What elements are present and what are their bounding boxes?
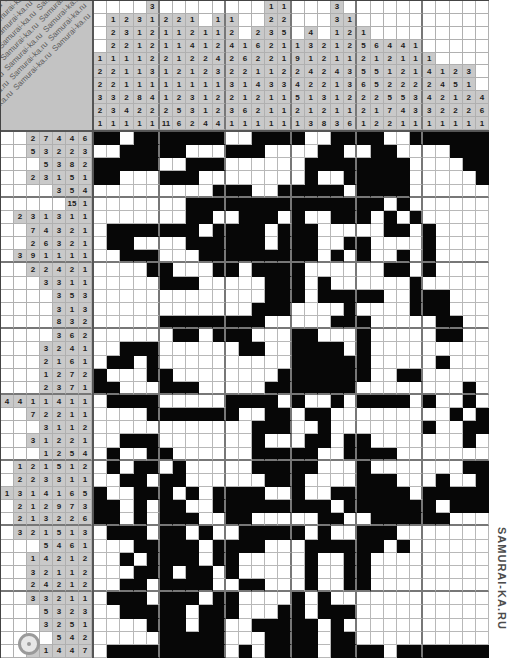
grid-cell-empty[interactable] [107, 579, 120, 592]
grid-cell-filled[interactable] [397, 185, 410, 198]
grid-cell-filled[interactable] [173, 553, 186, 566]
grid-cell-filled[interactable] [94, 369, 107, 382]
grid-cell-empty[interactable] [436, 342, 449, 355]
grid-cell-empty[interactable] [134, 198, 147, 211]
grid-cell-empty[interactable] [331, 553, 344, 566]
grid-cell-filled[interactable] [292, 592, 305, 605]
grid-cell-empty[interactable] [107, 342, 120, 355]
grid-cell-empty[interactable] [476, 540, 489, 553]
grid-cell-empty[interactable] [292, 316, 305, 329]
grid-cell-empty[interactable] [160, 198, 173, 211]
grid-cell-filled[interactable] [318, 592, 331, 605]
grid-cell-filled[interactable] [186, 132, 199, 145]
grid-cell-empty[interactable] [371, 369, 384, 382]
grid-cell-filled[interactable] [357, 316, 370, 329]
grid-cell-empty[interactable] [213, 421, 226, 434]
grid-cell-empty[interactable] [384, 132, 397, 145]
grid-cell-filled[interactable] [120, 579, 133, 592]
grid-cell-filled[interactable] [107, 132, 120, 145]
grid-cell-empty[interactable] [397, 237, 410, 250]
grid-cell-empty[interactable] [252, 605, 265, 618]
grid-cell-empty[interactable] [436, 263, 449, 276]
grid-cell-filled[interactable] [476, 408, 489, 421]
grid-cell-filled[interactable] [344, 171, 357, 184]
grid-cell-empty[interactable] [476, 632, 489, 645]
grid-cell-empty[interactable] [173, 448, 186, 461]
grid-cell-filled[interactable] [463, 145, 476, 158]
grid-cell-filled[interactable] [357, 395, 370, 408]
grid-cell-empty[interactable] [331, 237, 344, 250]
grid-cell-filled[interactable] [134, 579, 147, 592]
grid-cell-filled[interactable] [292, 263, 305, 276]
grid-cell-filled[interactable] [292, 198, 305, 211]
grid-cell-empty[interactable] [252, 290, 265, 303]
grid-cell-filled[interactable] [292, 605, 305, 618]
grid-cell-empty[interactable] [278, 592, 291, 605]
grid-cell-empty[interactable] [463, 592, 476, 605]
grid-cell-empty[interactable] [318, 474, 331, 487]
grid-cell-empty[interactable] [160, 158, 173, 171]
grid-cell-empty[interactable] [226, 579, 239, 592]
grid-cell-empty[interactable] [384, 619, 397, 632]
grid-cell-filled[interactable] [173, 645, 186, 658]
grid-cell-filled[interactable] [397, 487, 410, 500]
grid-cell-filled[interactable] [278, 263, 291, 276]
grid-cell-empty[interactable] [199, 553, 212, 566]
grid-cell-empty[interactable] [450, 382, 463, 395]
grid-cell-empty[interactable] [147, 500, 160, 513]
grid-cell-filled[interactable] [476, 487, 489, 500]
grid-cell-filled[interactable] [278, 185, 291, 198]
grid-cell-empty[interactable] [199, 513, 212, 526]
grid-cell-filled[interactable] [265, 211, 278, 224]
grid-cell-empty[interactable] [147, 382, 160, 395]
grid-cell-filled[interactable] [147, 224, 160, 237]
grid-cell-empty[interactable] [357, 408, 370, 421]
grid-cell-filled[interactable] [463, 132, 476, 145]
grid-cell-empty[interactable] [371, 211, 384, 224]
grid-cell-filled[interactable] [344, 540, 357, 553]
grid-cell-filled[interactable] [107, 395, 120, 408]
grid-cell-empty[interactable] [397, 342, 410, 355]
grid-cell-filled[interactable] [252, 395, 265, 408]
grid-cell-empty[interactable] [423, 185, 436, 198]
grid-cell-empty[interactable] [410, 263, 423, 276]
grid-cell-filled[interactable] [371, 290, 384, 303]
grid-cell-filled[interactable] [305, 237, 318, 250]
grid-cell-empty[interactable] [476, 605, 489, 618]
grid-cell-filled[interactable] [371, 185, 384, 198]
grid-cell-empty[interactable] [160, 421, 173, 434]
grid-cell-filled[interactable] [186, 382, 199, 395]
grid-cell-filled[interactable] [476, 474, 489, 487]
grid-cell-empty[interactable] [239, 566, 252, 579]
grid-cell-filled[interactable] [160, 605, 173, 618]
grid-cell-filled[interactable] [120, 605, 133, 618]
grid-cell-filled[interactable] [252, 250, 265, 263]
grid-cell-empty[interactable] [463, 342, 476, 355]
grid-cell-empty[interactable] [384, 290, 397, 303]
grid-cell-filled[interactable] [344, 316, 357, 329]
grid-cell-filled[interactable] [265, 448, 278, 461]
grid-cell-empty[interactable] [463, 619, 476, 632]
grid-cell-filled[interactable] [120, 145, 133, 158]
grid-cell-filled[interactable] [278, 369, 291, 382]
grid-cell-filled[interactable] [476, 461, 489, 474]
grid-cell-empty[interactable] [147, 237, 160, 250]
grid-cell-empty[interactable] [173, 566, 186, 579]
grid-cell-empty[interactable] [226, 421, 239, 434]
grid-cell-empty[interactable] [371, 553, 384, 566]
grid-cell-filled[interactable] [331, 356, 344, 369]
grid-cell-empty[interactable] [305, 211, 318, 224]
grid-cell-empty[interactable] [239, 619, 252, 632]
grid-cell-filled[interactable] [134, 526, 147, 539]
grid-cell-filled[interactable] [252, 579, 265, 592]
grid-cell-empty[interactable] [344, 263, 357, 276]
grid-cell-filled[interactable] [384, 474, 397, 487]
grid-cell-empty[interactable] [410, 619, 423, 632]
grid-cell-empty[interactable] [463, 185, 476, 198]
grid-cell-empty[interactable] [371, 461, 384, 474]
grid-cell-empty[interactable] [265, 185, 278, 198]
grid-cell-empty[interactable] [476, 382, 489, 395]
grid-cell-empty[interactable] [450, 237, 463, 250]
grid-cell-empty[interactable] [423, 329, 436, 342]
grid-cell-filled[interactable] [292, 185, 305, 198]
grid-cell-empty[interactable] [331, 303, 344, 316]
grid-cell-filled[interactable] [160, 408, 173, 421]
grid-cell-filled[interactable] [397, 171, 410, 184]
grid-cell-filled[interactable] [213, 198, 226, 211]
grid-cell-empty[interactable] [94, 474, 107, 487]
grid-cell-filled[interactable] [384, 211, 397, 224]
grid-cell-filled[interactable] [160, 474, 173, 487]
grid-cell-filled[interactable] [160, 632, 173, 645]
grid-cell-empty[interactable] [252, 566, 265, 579]
grid-cell-empty[interactable] [120, 369, 133, 382]
grid-cell-empty[interactable] [318, 645, 331, 658]
grid-cell-empty[interactable] [436, 198, 449, 211]
grid-cell-filled[interactable] [344, 198, 357, 211]
grid-cell-empty[interactable] [186, 395, 199, 408]
grid-cell-empty[interactable] [213, 566, 226, 579]
grid-cell-filled[interactable] [397, 158, 410, 171]
grid-cell-filled[interactable] [397, 224, 410, 237]
grid-cell-empty[interactable] [199, 487, 212, 500]
grid-cell-filled[interactable] [239, 250, 252, 263]
grid-cell-empty[interactable] [371, 605, 384, 618]
grid-cell-filled[interactable] [213, 619, 226, 632]
grid-cell-empty[interactable] [357, 619, 370, 632]
grid-cell-filled[interactable] [305, 553, 318, 566]
grid-cell-filled[interactable] [305, 645, 318, 658]
grid-cell-filled[interactable] [199, 250, 212, 263]
grid-cell-filled[interactable] [436, 329, 449, 342]
grid-cell-empty[interactable] [120, 408, 133, 421]
grid-cell-filled[interactable] [160, 579, 173, 592]
grid-cell-filled[interactable] [252, 500, 265, 513]
grid-cell-empty[interactable] [120, 198, 133, 211]
grid-cell-filled[interactable] [265, 198, 278, 211]
grid-cell-filled[interactable] [436, 356, 449, 369]
grid-cell-filled[interactable] [305, 329, 318, 342]
grid-cell-filled[interactable] [397, 250, 410, 263]
grid-cell-filled[interactable] [371, 474, 384, 487]
grid-cell-empty[interactable] [450, 263, 463, 276]
grid-cell-empty[interactable] [463, 566, 476, 579]
grid-cell-empty[interactable] [357, 263, 370, 276]
grid-cell-empty[interactable] [305, 526, 318, 539]
grid-cell-empty[interactable] [436, 185, 449, 198]
grid-cell-empty[interactable] [371, 316, 384, 329]
grid-cell-empty[interactable] [344, 408, 357, 421]
grid-cell-empty[interactable] [476, 448, 489, 461]
grid-cell-empty[interactable] [120, 303, 133, 316]
grid-cell-filled[interactable] [226, 592, 239, 605]
grid-cell-empty[interactable] [199, 290, 212, 303]
grid-cell-empty[interactable] [423, 566, 436, 579]
grid-cell-empty[interactable] [357, 303, 370, 316]
grid-cell-empty[interactable] [371, 356, 384, 369]
grid-cell-filled[interactable] [252, 448, 265, 461]
grid-cell-filled[interactable] [278, 277, 291, 290]
grid-cell-empty[interactable] [213, 211, 226, 224]
grid-cell-filled[interactable] [344, 290, 357, 303]
grid-cell-filled[interactable] [239, 645, 252, 658]
grid-cell-empty[interactable] [318, 566, 331, 579]
grid-cell-filled[interactable] [265, 619, 278, 632]
grid-cell-empty[interactable] [94, 185, 107, 198]
grid-cell-filled[interactable] [463, 395, 476, 408]
grid-cell-filled[interactable] [384, 500, 397, 513]
grid-cell-empty[interactable] [226, 303, 239, 316]
grid-cell-empty[interactable] [147, 290, 160, 303]
grid-cell-empty[interactable] [384, 329, 397, 342]
grid-cell-filled[interactable] [120, 237, 133, 250]
grid-cell-filled[interactable] [252, 540, 265, 553]
grid-cell-empty[interactable] [344, 342, 357, 355]
grid-cell-filled[interactable] [173, 592, 186, 605]
grid-cell-filled[interactable] [436, 487, 449, 500]
grid-cell-filled[interactable] [213, 263, 226, 276]
grid-cell-empty[interactable] [384, 645, 397, 658]
grid-cell-empty[interactable] [134, 277, 147, 290]
grid-cell-empty[interactable] [265, 158, 278, 171]
grid-cell-filled[interactable] [423, 224, 436, 237]
grid-cell-filled[interactable] [384, 185, 397, 198]
grid-cell-filled[interactable] [186, 171, 199, 184]
grid-cell-filled[interactable] [186, 579, 199, 592]
grid-cell-empty[interactable] [213, 513, 226, 526]
grid-cell-filled[interactable] [318, 513, 331, 526]
grid-cell-filled[interactable] [318, 158, 331, 171]
grid-cell-empty[interactable] [278, 566, 291, 579]
grid-cell-filled[interactable] [239, 329, 252, 342]
grid-cell-filled[interactable] [371, 395, 384, 408]
grid-cell-filled[interactable] [239, 198, 252, 211]
grid-cell-empty[interactable] [120, 566, 133, 579]
grid-cell-empty[interactable] [397, 632, 410, 645]
grid-cell-empty[interactable] [120, 487, 133, 500]
grid-cell-filled[interactable] [305, 171, 318, 184]
grid-cell-empty[interactable] [186, 185, 199, 198]
grid-cell-filled[interactable] [199, 408, 212, 421]
grid-cell-filled[interactable] [120, 474, 133, 487]
grid-cell-empty[interactable] [476, 356, 489, 369]
grid-cell-empty[interactable] [397, 461, 410, 474]
grid-cell-empty[interactable] [476, 513, 489, 526]
grid-cell-filled[interactable] [476, 132, 489, 145]
grid-cell-filled[interactable] [199, 526, 212, 539]
grid-cell-empty[interactable] [107, 540, 120, 553]
grid-cell-filled[interactable] [331, 290, 344, 303]
grid-cell-empty[interactable] [94, 619, 107, 632]
grid-cell-empty[interactable] [436, 461, 449, 474]
grid-cell-empty[interactable] [423, 316, 436, 329]
grid-cell-empty[interactable] [199, 171, 212, 184]
grid-cell-empty[interactable] [252, 513, 265, 526]
grid-cell-filled[interactable] [239, 145, 252, 158]
grid-cell-empty[interactable] [265, 356, 278, 369]
grid-cell-empty[interactable] [305, 605, 318, 618]
grid-cell-empty[interactable] [397, 211, 410, 224]
grid-cell-filled[interactable] [199, 632, 212, 645]
grid-cell-empty[interactable] [476, 224, 489, 237]
grid-cell-empty[interactable] [410, 158, 423, 171]
grid-cell-empty[interactable] [278, 356, 291, 369]
grid-cell-filled[interactable] [265, 645, 278, 658]
grid-cell-filled[interactable] [160, 645, 173, 658]
grid-cell-empty[interactable] [134, 356, 147, 369]
grid-cell-filled[interactable] [173, 632, 186, 645]
grid-cell-empty[interactable] [463, 474, 476, 487]
grid-cell-empty[interactable] [436, 382, 449, 395]
grid-cell-filled[interactable] [423, 132, 436, 145]
grid-cell-empty[interactable] [160, 290, 173, 303]
grid-cell-empty[interactable] [423, 540, 436, 553]
grid-cell-filled[interactable] [344, 434, 357, 447]
grid-cell-filled[interactable] [436, 645, 449, 658]
grid-cell-empty[interactable] [476, 303, 489, 316]
grid-cell-empty[interactable] [410, 605, 423, 618]
grid-cell-filled[interactable] [147, 553, 160, 566]
grid-cell-empty[interactable] [397, 448, 410, 461]
grid-cell-filled[interactable] [265, 632, 278, 645]
grid-cell-filled[interactable] [213, 553, 226, 566]
grid-cell-empty[interactable] [292, 303, 305, 316]
grid-cell-empty[interactable] [173, 395, 186, 408]
grid-cell-filled[interactable] [278, 421, 291, 434]
grid-cell-empty[interactable] [94, 250, 107, 263]
grid-cell-empty[interactable] [160, 211, 173, 224]
grid-cell-filled[interactable] [252, 421, 265, 434]
grid-cell-filled[interactable] [357, 566, 370, 579]
grid-cell-empty[interactable] [239, 421, 252, 434]
grid-cell-empty[interactable] [186, 145, 199, 158]
grid-cell-filled[interactable] [107, 382, 120, 395]
grid-cell-empty[interactable] [239, 461, 252, 474]
grid-cell-empty[interactable] [292, 408, 305, 421]
grid-cell-empty[interactable] [410, 579, 423, 592]
grid-cell-filled[interactable] [357, 237, 370, 250]
grid-cell-empty[interactable] [278, 145, 291, 158]
grid-cell-empty[interactable] [292, 513, 305, 526]
grid-cell-filled[interactable] [265, 132, 278, 145]
grid-cell-empty[interactable] [239, 553, 252, 566]
grid-cell-filled[interactable] [186, 540, 199, 553]
grid-cell-filled[interactable] [186, 316, 199, 329]
grid-cell-empty[interactable] [436, 171, 449, 184]
grid-cell-empty[interactable] [239, 158, 252, 171]
grid-cell-empty[interactable] [107, 250, 120, 263]
grid-cell-empty[interactable] [252, 553, 265, 566]
grid-cell-empty[interactable] [239, 474, 252, 487]
grid-cell-filled[interactable] [134, 342, 147, 355]
grid-cell-empty[interactable] [423, 461, 436, 474]
grid-cell-filled[interactable] [357, 540, 370, 553]
grid-cell-empty[interactable] [265, 342, 278, 355]
grid-cell-empty[interactable] [344, 250, 357, 263]
grid-cell-empty[interactable] [318, 395, 331, 408]
grid-cell-filled[interactable] [265, 395, 278, 408]
grid-cell-empty[interactable] [107, 185, 120, 198]
grid-cell-empty[interactable] [213, 277, 226, 290]
grid-cell-filled[interactable] [331, 619, 344, 632]
grid-cell-empty[interactable] [476, 369, 489, 382]
grid-cell-empty[interactable] [173, 198, 186, 211]
grid-cell-filled[interactable] [147, 645, 160, 658]
grid-cell-empty[interactable] [107, 619, 120, 632]
grid-cell-filled[interactable] [160, 369, 173, 382]
grid-cell-empty[interactable] [199, 145, 212, 158]
grid-cell-filled[interactable] [186, 408, 199, 421]
grid-cell-filled[interactable] [226, 553, 239, 566]
grid-cell-empty[interactable] [94, 434, 107, 447]
grid-cell-filled[interactable] [305, 158, 318, 171]
grid-cell-filled[interactable] [436, 316, 449, 329]
grid-cell-filled[interactable] [476, 158, 489, 171]
grid-cell-empty[interactable] [344, 513, 357, 526]
grid-cell-empty[interactable] [305, 263, 318, 276]
grid-cell-filled[interactable] [239, 395, 252, 408]
grid-cell-empty[interactable] [463, 211, 476, 224]
grid-cell-empty[interactable] [371, 434, 384, 447]
grid-cell-empty[interactable] [436, 592, 449, 605]
grid-cell-empty[interactable] [436, 224, 449, 237]
grid-cell-filled[interactable] [226, 237, 239, 250]
grid-cell-empty[interactable] [318, 211, 331, 224]
grid-cell-empty[interactable] [94, 303, 107, 316]
grid-cell-empty[interactable] [134, 303, 147, 316]
grid-cell-filled[interactable] [331, 395, 344, 408]
grid-cell-filled[interactable] [186, 645, 199, 658]
grid-cell-empty[interactable] [120, 540, 133, 553]
grid-cell-empty[interactable] [213, 474, 226, 487]
grid-cell-filled[interactable] [199, 566, 212, 579]
grid-cell-filled[interactable] [147, 342, 160, 355]
grid-cell-filled[interactable] [305, 356, 318, 369]
grid-cell-filled[interactable] [331, 145, 344, 158]
grid-cell-filled[interactable] [239, 211, 252, 224]
grid-cell-filled[interactable] [371, 540, 384, 553]
grid-cell-filled[interactable] [292, 500, 305, 513]
grid-cell-empty[interactable] [371, 250, 384, 263]
grid-cell-filled[interactable] [410, 513, 423, 526]
grid-cell-empty[interactable] [213, 369, 226, 382]
grid-cell-filled[interactable] [186, 277, 199, 290]
grid-cell-filled[interactable] [410, 277, 423, 290]
